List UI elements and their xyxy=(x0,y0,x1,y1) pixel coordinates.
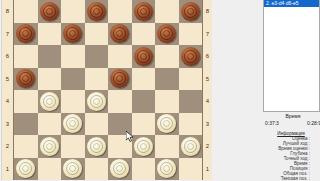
square-d8[interactable] xyxy=(85,0,109,23)
square-a4[interactable] xyxy=(14,90,38,113)
square-d1[interactable] xyxy=(85,158,109,181)
square-b6[interactable] xyxy=(38,45,62,68)
square-g5[interactable] xyxy=(155,68,179,91)
checkers-app-window: 87654321 87654321 2. e3-d4 d6-e5 Время 0… xyxy=(0,0,320,180)
dark-man-h8[interactable] xyxy=(181,2,200,21)
square-b4[interactable] xyxy=(38,90,62,113)
square-f1[interactable] xyxy=(132,158,156,181)
white-man-e1[interactable] xyxy=(110,159,129,178)
board-zone: 87654321 87654321 xyxy=(0,0,212,180)
square-g4[interactable] xyxy=(155,90,179,113)
square-h5[interactable] xyxy=(179,68,203,91)
rank-label-7: 7 xyxy=(2,23,13,46)
white-man-g1[interactable] xyxy=(157,159,176,178)
square-h6[interactable] xyxy=(179,45,203,68)
white-man-b2[interactable] xyxy=(40,137,59,156)
square-f2[interactable] xyxy=(132,135,156,158)
square-b7[interactable] xyxy=(38,23,62,46)
white-man-c1[interactable] xyxy=(63,159,82,178)
clock-left-time: 0:37:3 xyxy=(265,120,279,126)
rank-label-7: 7 xyxy=(203,23,212,46)
checkers-board[interactable] xyxy=(13,0,203,180)
square-e8[interactable] xyxy=(108,0,132,23)
square-f5[interactable] xyxy=(132,68,156,91)
dark-man-d8[interactable] xyxy=(87,2,106,21)
square-b8[interactable] xyxy=(38,0,62,23)
square-d7[interactable] xyxy=(85,23,109,46)
square-d2[interactable] xyxy=(85,135,109,158)
white-man-d4[interactable] xyxy=(87,92,106,111)
rank-label-6: 6 xyxy=(203,45,212,68)
dark-man-h6[interactable] xyxy=(181,47,200,66)
white-man-f2[interactable] xyxy=(134,137,153,156)
square-a7[interactable] xyxy=(14,23,38,46)
clock-section: Время 0:37:3 0:28:9 xyxy=(263,113,320,126)
rank-label-3: 3 xyxy=(203,113,212,136)
square-c7[interactable] xyxy=(61,23,85,46)
square-c8[interactable] xyxy=(61,0,85,23)
square-b3[interactable] xyxy=(38,113,62,136)
square-e2[interactable] xyxy=(108,135,132,158)
dark-man-a7[interactable] xyxy=(16,24,35,43)
square-a1[interactable] xyxy=(14,158,38,181)
square-c5[interactable] xyxy=(61,68,85,91)
dark-man-f8[interactable] xyxy=(134,2,153,21)
square-h7[interactable] xyxy=(179,23,203,46)
square-d5[interactable] xyxy=(85,68,109,91)
square-h1[interactable] xyxy=(179,158,203,181)
square-f8[interactable] xyxy=(132,0,156,23)
square-h8[interactable] xyxy=(179,0,203,23)
rank-label-4: 4 xyxy=(203,90,212,113)
square-d3[interactable] xyxy=(85,113,109,136)
dark-man-g7[interactable] xyxy=(157,24,176,43)
move-list-selected-entry[interactable]: 2. e3-d4 d6-e5 xyxy=(264,0,319,7)
rank-label-6: 6 xyxy=(2,45,13,68)
square-b2[interactable] xyxy=(38,135,62,158)
info-panel-rows: Оценка :Лучший ход :Время оценки :Глубин… xyxy=(256,136,320,180)
rank-label-4: 4 xyxy=(2,90,13,113)
white-man-g3[interactable] xyxy=(157,114,176,133)
rank-label-3: 3 xyxy=(2,113,13,136)
clock-right-time: 0:28:9 xyxy=(307,120,320,126)
square-h2[interactable] xyxy=(179,135,203,158)
rank-labels-right: 87654321 xyxy=(203,0,212,180)
square-e6[interactable] xyxy=(108,45,132,68)
square-c3[interactable] xyxy=(61,113,85,136)
square-d4[interactable] xyxy=(85,90,109,113)
white-man-b4[interactable] xyxy=(40,92,59,111)
square-g1[interactable] xyxy=(155,158,179,181)
square-a5[interactable] xyxy=(14,68,38,91)
dark-man-e7[interactable] xyxy=(110,24,129,43)
square-e4[interactable] xyxy=(108,90,132,113)
dark-man-e5[interactable] xyxy=(110,69,129,88)
square-f6[interactable] xyxy=(132,45,156,68)
square-c6[interactable] xyxy=(61,45,85,68)
square-e1[interactable] xyxy=(108,158,132,181)
rank-label-8: 8 xyxy=(203,0,212,23)
side-panel: 2. e3-d4 d6-e5 Время 0:37:3 0:28:9 Инфор… xyxy=(212,0,320,180)
white-man-h2[interactable] xyxy=(181,137,200,156)
rank-label-5: 5 xyxy=(203,68,212,91)
dark-man-b8[interactable] xyxy=(40,2,59,21)
square-d6[interactable] xyxy=(85,45,109,68)
square-f3[interactable] xyxy=(132,113,156,136)
square-a3[interactable] xyxy=(14,113,38,136)
rank-label-2: 2 xyxy=(203,135,212,158)
square-a8[interactable] xyxy=(14,0,38,23)
square-e5[interactable] xyxy=(108,68,132,91)
white-man-a1[interactable] xyxy=(16,159,35,178)
info-row-8: Твердая поз. : xyxy=(256,176,320,180)
square-g6[interactable] xyxy=(155,45,179,68)
square-a6[interactable] xyxy=(14,45,38,68)
square-h3[interactable] xyxy=(179,113,203,136)
clock-label: Время xyxy=(263,113,320,119)
square-g3[interactable] xyxy=(155,113,179,136)
info-panel: Информация Оценка :Лучший ход :Время оце… xyxy=(256,131,320,180)
dark-man-a5[interactable] xyxy=(16,69,35,88)
square-c4[interactable] xyxy=(61,90,85,113)
clock-times: 0:37:3 0:28:9 xyxy=(263,120,320,126)
square-c1[interactable] xyxy=(61,158,85,181)
move-list[interactable]: 2. e3-d4 d6-e5 xyxy=(263,0,320,112)
square-b1[interactable] xyxy=(38,158,62,181)
square-f4[interactable] xyxy=(132,90,156,113)
square-b5[interactable] xyxy=(38,68,62,91)
rank-labels-left: 87654321 xyxy=(2,0,13,180)
square-g7[interactable] xyxy=(155,23,179,46)
rank-label-5: 5 xyxy=(2,68,13,91)
square-c2[interactable] xyxy=(61,135,85,158)
rank-label-8: 8 xyxy=(2,0,13,23)
white-man-c3[interactable] xyxy=(63,114,82,133)
white-man-d2[interactable] xyxy=(87,137,106,156)
rank-label-1: 1 xyxy=(2,158,13,181)
square-a2[interactable] xyxy=(14,135,38,158)
rank-label-2: 2 xyxy=(2,135,13,158)
square-g2[interactable] xyxy=(155,135,179,158)
square-g8[interactable] xyxy=(155,0,179,23)
dark-man-f6[interactable] xyxy=(134,47,153,66)
square-e7[interactable] xyxy=(108,23,132,46)
rank-label-1: 1 xyxy=(203,158,212,181)
square-f7[interactable] xyxy=(132,23,156,46)
square-e3[interactable] xyxy=(108,113,132,136)
square-h4[interactable] xyxy=(179,90,203,113)
dark-man-c7[interactable] xyxy=(63,24,82,43)
